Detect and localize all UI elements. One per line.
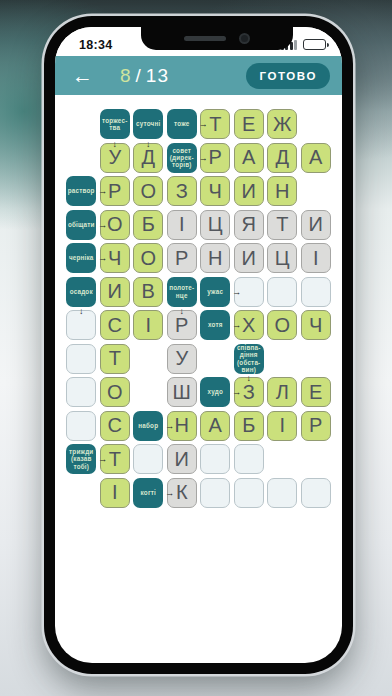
letter-cell[interactable]: Т bbox=[100, 344, 130, 374]
clue-cell: тоже bbox=[167, 109, 197, 139]
letter-cell[interactable]: Р→ bbox=[200, 143, 230, 173]
empty-letter-cell[interactable] bbox=[66, 411, 96, 441]
letter-cell[interactable]: Р bbox=[301, 411, 331, 441]
letter-cell[interactable]: Ч bbox=[301, 310, 331, 340]
status-time: 18:34 bbox=[79, 38, 112, 52]
clue-cell: черніка bbox=[66, 243, 96, 273]
letter-cell[interactable]: З bbox=[167, 176, 197, 206]
clue-cell: торжес- тва bbox=[100, 109, 130, 139]
empty-letter-cell[interactable] bbox=[200, 478, 230, 508]
letter-cell[interactable]: Р bbox=[167, 243, 197, 273]
letter-cell[interactable]: Я bbox=[234, 210, 264, 240]
clue-cell: раствор bbox=[66, 176, 96, 206]
battery-icon bbox=[303, 39, 326, 50]
phone-screen: 18:34 ← 8 / 13 ГОТОВО торжес- твасуточні… bbox=[55, 27, 342, 663]
right-arrow-icon: → bbox=[232, 388, 241, 397]
progress-current: 8 bbox=[120, 65, 132, 87]
letter-cell[interactable]: С bbox=[100, 411, 130, 441]
empty-letter-cell[interactable]: → bbox=[234, 277, 264, 307]
letter-cell[interactable]: Е bbox=[301, 377, 331, 407]
app-header: ← 8 / 13 ГОТОВО bbox=[55, 56, 342, 95]
letter-cell[interactable]: Р→ bbox=[100, 176, 130, 206]
letter-cell[interactable]: Ц bbox=[267, 243, 297, 273]
letter-cell[interactable]: І bbox=[100, 478, 130, 508]
right-arrow-icon: → bbox=[199, 153, 208, 162]
empty-letter-cell[interactable] bbox=[66, 344, 96, 374]
letter-cell[interactable]: І bbox=[133, 310, 163, 340]
empty-letter-cell[interactable] bbox=[267, 277, 297, 307]
crossword-grid: торжес- твасуточнітожеТ→ЕЖУ↓Д↓совет (дир… bbox=[55, 109, 342, 508]
letter-cell[interactable]: І bbox=[167, 210, 197, 240]
right-arrow-icon: → bbox=[98, 455, 107, 464]
letter-cell[interactable]: А bbox=[200, 411, 230, 441]
down-arrow-icon: ↓ bbox=[79, 307, 84, 316]
letter-cell[interactable]: Н→ bbox=[167, 411, 197, 441]
letter-cell[interactable]: И bbox=[100, 277, 130, 307]
down-arrow-icon: ↓ bbox=[247, 374, 252, 383]
letter-cell[interactable]: В bbox=[133, 277, 163, 307]
empty-letter-cell[interactable] bbox=[234, 478, 264, 508]
empty-letter-cell[interactable] bbox=[267, 478, 297, 508]
done-button[interactable]: ГОТОВО bbox=[246, 63, 330, 89]
clue-cell: суточні bbox=[133, 109, 163, 139]
letter-cell[interactable]: Т→ bbox=[100, 444, 130, 474]
clue-cell: ужас bbox=[200, 277, 230, 307]
progress-separator: / bbox=[136, 65, 142, 87]
page-background: 18:34 ← 8 / 13 ГОТОВО торжес- твасуточні… bbox=[0, 0, 392, 696]
clue-cell: когті bbox=[133, 478, 163, 508]
empty-letter-cell[interactable] bbox=[133, 444, 163, 474]
letter-cell[interactable]: О→ bbox=[100, 210, 130, 240]
clue-cell: обіщати bbox=[66, 210, 96, 240]
down-arrow-icon: ↓ bbox=[113, 140, 118, 149]
letter-cell[interactable]: И bbox=[234, 243, 264, 273]
right-arrow-icon: → bbox=[165, 488, 174, 497]
speaker-grille-icon bbox=[184, 36, 226, 41]
clue-cell: осадок bbox=[66, 277, 96, 307]
letter-cell[interactable]: Р↓ bbox=[167, 310, 197, 340]
empty-letter-cell[interactable] bbox=[301, 478, 331, 508]
empty-letter-cell[interactable]: ↓ bbox=[66, 310, 96, 340]
letter-cell[interactable]: І bbox=[301, 243, 331, 273]
letter-cell[interactable]: Ч→ bbox=[100, 243, 130, 273]
letter-cell[interactable]: А bbox=[301, 143, 331, 173]
letter-cell[interactable]: И bbox=[167, 444, 197, 474]
letter-cell[interactable]: У bbox=[167, 344, 197, 374]
letter-cell[interactable]: С bbox=[100, 310, 130, 340]
letter-cell[interactable]: О bbox=[133, 243, 163, 273]
clue-cell: трижди (казав тобі) bbox=[66, 444, 96, 474]
right-arrow-icon: → bbox=[98, 187, 107, 196]
progress-indicator: 8 / 13 bbox=[120, 65, 169, 87]
letter-cell[interactable]: Ц bbox=[200, 210, 230, 240]
letter-cell[interactable]: О bbox=[100, 377, 130, 407]
clue-cell: худо bbox=[200, 377, 230, 407]
empty-letter-cell[interactable] bbox=[200, 444, 230, 474]
clue-cell: набор bbox=[133, 411, 163, 441]
right-arrow-icon: → bbox=[232, 287, 241, 296]
letter-cell[interactable]: Л bbox=[267, 377, 297, 407]
letter-cell[interactable]: И bbox=[234, 176, 264, 206]
letter-cell[interactable]: А bbox=[234, 143, 264, 173]
back-button[interactable]: ← bbox=[72, 65, 93, 86]
letter-cell[interactable]: И bbox=[301, 210, 331, 240]
progress-total: 13 bbox=[146, 65, 169, 87]
letter-cell[interactable]: Б bbox=[234, 411, 264, 441]
right-arrow-icon: → bbox=[98, 254, 107, 263]
letter-cell[interactable]: Н bbox=[267, 176, 297, 206]
letter-cell[interactable]: О bbox=[267, 310, 297, 340]
notch bbox=[141, 27, 293, 50]
right-arrow-icon: → bbox=[199, 120, 208, 129]
letter-cell[interactable]: У↓ bbox=[100, 143, 130, 173]
letter-cell[interactable]: Б bbox=[133, 210, 163, 240]
letter-cell[interactable]: Д↓ bbox=[133, 143, 163, 173]
clue-cell: хотя bbox=[200, 310, 230, 340]
letter-cell[interactable]: Х→ bbox=[234, 310, 264, 340]
letter-cell[interactable]: Ч bbox=[200, 176, 230, 206]
down-arrow-icon: ↓ bbox=[146, 140, 151, 149]
letter-cell[interactable]: З↓→ bbox=[234, 377, 264, 407]
down-arrow-icon: ↓ bbox=[180, 307, 185, 316]
clue-cell: полоте- нце bbox=[167, 277, 197, 307]
letter-cell[interactable]: Т→ bbox=[200, 109, 230, 139]
letter-cell[interactable]: Т bbox=[267, 210, 297, 240]
empty-letter-cell[interactable] bbox=[234, 444, 264, 474]
letter-cell[interactable]: Е bbox=[234, 109, 264, 139]
clue-cell: совет (дирек- торів) bbox=[167, 143, 197, 173]
right-arrow-icon: → bbox=[232, 321, 241, 330]
right-arrow-icon: → bbox=[98, 220, 107, 229]
letter-cell[interactable]: Н bbox=[200, 243, 230, 273]
clue-cell: співпа- діння (обста- вин) bbox=[234, 344, 264, 374]
letter-cell[interactable]: І bbox=[267, 411, 297, 441]
letter-cell[interactable]: К→ bbox=[167, 478, 197, 508]
empty-letter-cell[interactable] bbox=[66, 377, 96, 407]
phone-frame: 18:34 ← 8 / 13 ГОТОВО торжес- твасуточні… bbox=[44, 16, 353, 674]
letter-cell[interactable]: Ж bbox=[267, 109, 297, 139]
letter-cell[interactable]: О bbox=[133, 176, 163, 206]
empty-letter-cell[interactable] bbox=[301, 277, 331, 307]
front-camera-icon bbox=[239, 33, 250, 44]
letter-cell[interactable]: Ш bbox=[167, 377, 197, 407]
letter-cell[interactable]: Д bbox=[267, 143, 297, 173]
right-arrow-icon: → bbox=[165, 421, 174, 430]
